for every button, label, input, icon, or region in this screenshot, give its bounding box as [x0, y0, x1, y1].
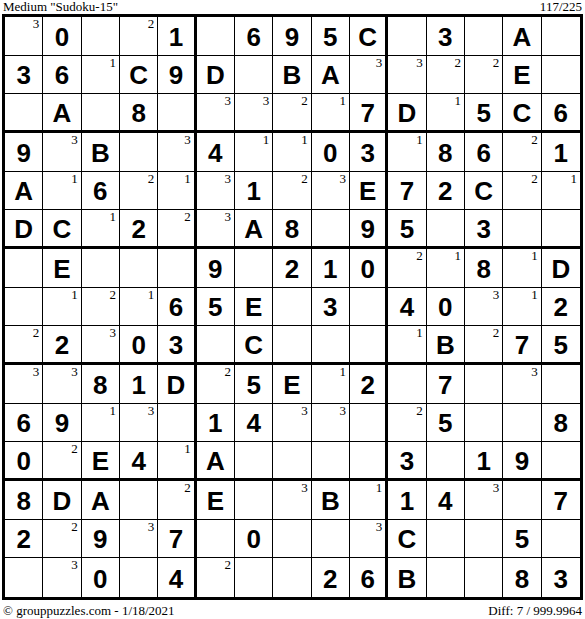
cell-r15c12[interactable]	[427, 558, 465, 597]
cell-r2c1[interactable]: 3	[5, 56, 43, 95]
cell-r6c3[interactable]: 1	[82, 210, 120, 249]
cell-r15c14[interactable]: 8	[503, 558, 541, 597]
cell-r7c3[interactable]	[82, 249, 120, 288]
given-value: E	[53, 254, 70, 282]
cell-r4c5[interactable]: 3	[158, 133, 196, 172]
cell-r7c5[interactable]	[158, 249, 196, 288]
cell-r9c6[interactable]	[197, 326, 235, 365]
given-value: 6	[16, 408, 30, 436]
cell-r3c15[interactable]: 6	[542, 94, 580, 133]
corner-mark: 3	[339, 404, 346, 418]
given-value: 6	[554, 98, 568, 126]
cell-r9c2[interactable]: 2	[43, 326, 81, 365]
cell-r6c11[interactable]: 5	[388, 210, 426, 249]
given-value: A	[244, 214, 263, 242]
corner-mark: 3	[224, 172, 231, 186]
cell-r4c12[interactable]: 8	[427, 133, 465, 172]
cell-r13c1[interactable]: 8	[5, 481, 43, 520]
cell-r2c6[interactable]: D	[197, 56, 235, 95]
cell-r4c14[interactable]: 2	[503, 133, 541, 172]
cell-r14c4[interactable]: 3	[120, 520, 158, 559]
cell-r15c3[interactable]: 0	[82, 558, 120, 597]
cell-r3c1[interactable]	[5, 94, 43, 133]
cell-r4c13[interactable]: 6	[465, 133, 503, 172]
cell-r5c12[interactable]: 2	[427, 172, 465, 211]
cell-r4c7[interactable]: 1	[235, 133, 273, 172]
cell-r6c6[interactable]: 3	[197, 210, 235, 249]
cell-r1c1[interactable]: 3	[5, 17, 43, 56]
given-value: 8	[131, 98, 145, 126]
cell-r8c7[interactable]: E	[235, 288, 273, 327]
cell-r6c13[interactable]: 3	[465, 210, 503, 249]
cell-r9c10[interactable]	[350, 326, 388, 365]
cell-r3c3[interactable]	[82, 94, 120, 133]
cell-r5c3[interactable]: 6	[82, 172, 120, 211]
given-value: 4	[246, 408, 260, 436]
cell-r14c1[interactable]: 2	[5, 520, 43, 559]
cell-r1c12[interactable]: 3	[427, 17, 465, 56]
cell-r13c12[interactable]: 4	[427, 481, 465, 520]
given-value: 0	[323, 138, 337, 166]
given-value: 1	[131, 370, 145, 398]
cell-r6c4[interactable]: 2	[120, 210, 158, 249]
cell-r2c11[interactable]: 3	[388, 56, 426, 95]
cell-r1c7[interactable]: 6	[235, 17, 273, 56]
cell-r9c13[interactable]: 2	[465, 326, 503, 365]
cell-r13c7[interactable]	[235, 481, 273, 520]
corner-mark: 2	[301, 172, 308, 186]
cell-r3c2[interactable]: A	[43, 94, 81, 133]
corner-mark: 3	[493, 481, 500, 495]
cell-r9c3[interactable]: 3	[82, 326, 120, 365]
cell-r6c15[interactable]	[542, 210, 580, 249]
cell-r8c6[interactable]: 5	[197, 288, 235, 327]
cell-r14c12[interactable]	[427, 520, 465, 559]
given-value: 9	[208, 254, 222, 282]
cell-r12c10[interactable]	[350, 442, 388, 481]
cell-r1c13[interactable]	[465, 17, 503, 56]
cell-r2c13[interactable]: 2	[465, 56, 503, 95]
cell-r11c10[interactable]	[350, 404, 388, 443]
cell-r3c14[interactable]: C	[503, 94, 541, 133]
cell-r12c11[interactable]: 3	[388, 442, 426, 481]
given-value: E	[245, 292, 262, 320]
cell-r2c7[interactable]	[235, 56, 273, 95]
given-value: 6	[246, 22, 260, 50]
given-value: 1	[169, 22, 183, 50]
corner-mark: 2	[184, 481, 191, 495]
corner-mark: 1	[148, 288, 155, 302]
cell-r14c5[interactable]: 7	[158, 520, 196, 559]
cell-r2c4[interactable]: C	[120, 56, 158, 95]
cell-r13c2[interactable]: D	[43, 481, 81, 520]
corner-mark: 2	[148, 17, 155, 31]
cell-r4c11[interactable]: 1	[388, 133, 426, 172]
given-value: 3	[476, 214, 490, 242]
cell-r2c14[interactable]: E	[503, 56, 541, 95]
given-value: C	[53, 214, 72, 242]
cell-r12c2[interactable]: 2	[43, 442, 81, 481]
cell-r11c9[interactable]: 3	[312, 404, 350, 443]
corner-mark: 1	[454, 249, 461, 263]
sudoku-board: 3021695C3A361C9DBA3322EA833217D15C693B34…	[2, 14, 583, 600]
corner-mark: 3	[148, 520, 155, 534]
given-value: 6	[55, 60, 69, 88]
cell-r10c7[interactable]: 5	[235, 365, 273, 404]
cell-r8c10[interactable]	[350, 288, 388, 327]
cell-r3c9[interactable]: 1	[312, 94, 350, 133]
cell-r1c6[interactable]	[197, 17, 235, 56]
cell-r9c4[interactable]: 0	[120, 326, 158, 365]
cell-r9c1[interactable]: 2	[5, 326, 43, 365]
cell-r11c5[interactable]	[158, 404, 196, 443]
cell-r12c6[interactable]: A	[197, 442, 235, 481]
cell-r5c7[interactable]: 1	[235, 172, 273, 211]
cell-r3c4[interactable]: 8	[120, 94, 158, 133]
cell-r12c1[interactable]: 0	[5, 442, 43, 481]
cell-r14c8[interactable]	[273, 520, 311, 559]
cell-r9c5[interactable]: 3	[158, 326, 196, 365]
cell-r4c8[interactable]: 1	[273, 133, 311, 172]
cell-r15c10[interactable]: 6	[350, 558, 388, 597]
cell-r4c1[interactable]: 9	[5, 133, 43, 172]
cell-r15c6[interactable]: 2	[197, 558, 235, 597]
cell-r14c9[interactable]	[312, 520, 350, 559]
given-value: D	[551, 254, 570, 282]
cell-r2c2[interactable]: 6	[43, 56, 81, 95]
given-value: C	[513, 98, 532, 126]
cell-r1c15[interactable]	[542, 17, 580, 56]
corner-mark: 3	[71, 558, 78, 572]
cell-r5c5[interactable]: 1	[158, 172, 196, 211]
cell-r12c14[interactable]: 9	[503, 442, 541, 481]
cell-r12c13[interactable]: 1	[465, 442, 503, 481]
cell-r2c12[interactable]: 2	[427, 56, 465, 95]
cell-r9c14[interactable]: 7	[503, 326, 541, 365]
cell-r8c1[interactable]	[5, 288, 43, 327]
cell-r2c8[interactable]: B	[273, 56, 311, 95]
cell-r10c12[interactable]: 7	[427, 365, 465, 404]
cell-r13c8[interactable]: 3	[273, 481, 311, 520]
cell-r1c10[interactable]: C	[350, 17, 388, 56]
cell-r3c10[interactable]: 7	[350, 94, 388, 133]
cell-r11c7[interactable]: 4	[235, 404, 273, 443]
given-value: 3	[360, 138, 374, 166]
footer-bar: © grouppuzzles.com - 1/18/2021 Diff: 7 /…	[3, 601, 582, 619]
given-value: 1	[476, 446, 490, 474]
cell-r5c14[interactable]: 2	[503, 172, 541, 211]
given-value: 1	[554, 138, 568, 166]
corner-mark: 1	[109, 404, 116, 418]
cell-r1c2[interactable]: 0	[43, 17, 81, 56]
cell-r6c1[interactable]: D	[5, 210, 43, 249]
cell-r4c9[interactable]: 0	[312, 133, 350, 172]
cell-r5c10[interactable]: E	[350, 172, 388, 211]
cell-r12c8[interactable]	[273, 442, 311, 481]
cell-r4c15[interactable]: 1	[542, 133, 580, 172]
cell-r11c3[interactable]: 1	[82, 404, 120, 443]
cell-r7c4[interactable]	[120, 249, 158, 288]
cell-r7c15[interactable]: D	[542, 249, 580, 288]
cell-r6c2[interactable]: C	[43, 210, 81, 249]
cell-r1c5[interactable]: 1	[158, 17, 196, 56]
cell-r15c8[interactable]	[273, 558, 311, 597]
corner-mark: 1	[263, 133, 270, 147]
cell-r15c5[interactable]: 4	[158, 558, 196, 597]
cell-r2c9[interactable]: A	[312, 56, 350, 95]
cell-r11c4[interactable]: 3	[120, 404, 158, 443]
given-value: 7	[554, 486, 568, 514]
corner-mark: 1	[109, 56, 116, 70]
cell-r10c4[interactable]: 1	[120, 365, 158, 404]
cell-r10c10[interactable]: 2	[350, 365, 388, 404]
cell-r14c10[interactable]: 3	[350, 520, 388, 559]
cell-r5c2[interactable]: 1	[43, 172, 81, 211]
cell-r8c11[interactable]: 4	[388, 288, 426, 327]
cell-r7c7[interactable]	[235, 249, 273, 288]
cell-r5c15[interactable]: 1	[542, 172, 580, 211]
cell-r5c13[interactable]: C	[465, 172, 503, 211]
cell-r6c7[interactable]: A	[235, 210, 273, 249]
cell-r7c10[interactable]: 0	[350, 249, 388, 288]
cell-r1c9[interactable]: 5	[312, 17, 350, 56]
given-value: B	[283, 60, 302, 88]
given-value: 4	[169, 564, 183, 592]
cell-r12c12[interactable]	[427, 442, 465, 481]
cell-r9c8[interactable]	[273, 326, 311, 365]
cell-r12c4[interactable]: 4	[120, 442, 158, 481]
given-value: 4	[400, 292, 414, 320]
cell-r15c2[interactable]: 3	[43, 558, 81, 597]
cell-r5c6[interactable]: 3	[197, 172, 235, 211]
given-value: 2	[360, 370, 374, 398]
cell-r10c3[interactable]: 8	[82, 365, 120, 404]
corner-mark: 2	[493, 326, 500, 340]
cell-r8c14[interactable]: 1	[503, 288, 541, 327]
cell-r3c12[interactable]: 1	[427, 94, 465, 133]
cell-r10c15[interactable]	[542, 365, 580, 404]
given-value: 0	[93, 564, 107, 592]
cell-r13c4[interactable]	[120, 481, 158, 520]
given-value: D	[206, 60, 225, 88]
cell-r1c4[interactable]: 2	[120, 17, 158, 56]
cell-r3c13[interactable]: 5	[465, 94, 503, 133]
corner-mark: 3	[148, 404, 155, 418]
given-value: A	[206, 446, 225, 474]
difficulty: Diff: 7 / 999.9964	[488, 603, 582, 618]
cell-r14c6[interactable]	[197, 520, 235, 559]
cell-r5c11[interactable]: 7	[388, 172, 426, 211]
cell-r14c13[interactable]	[465, 520, 503, 559]
cell-r6c9[interactable]	[312, 210, 350, 249]
cell-r14c15[interactable]	[542, 520, 580, 559]
cell-r13c5[interactable]: 2	[158, 481, 196, 520]
cell-r13c6[interactable]: E	[197, 481, 235, 520]
cell-r10c11[interactable]	[388, 365, 426, 404]
cell-r1c11[interactable]	[388, 17, 426, 56]
given-value: 9	[360, 214, 374, 242]
cell-r6c10[interactable]: 9	[350, 210, 388, 249]
given-value: 3	[438, 22, 452, 50]
given-value: 8	[438, 138, 452, 166]
corner-mark: 3	[184, 133, 191, 147]
cell-r8c8[interactable]	[273, 288, 311, 327]
cell-r15c9[interactable]: 2	[312, 558, 350, 597]
cell-r7c13[interactable]: 8	[465, 249, 503, 288]
cell-r8c5[interactable]: 6	[158, 288, 196, 327]
corner-mark: 3	[339, 172, 346, 186]
cell-r3c11[interactable]: D	[388, 94, 426, 133]
corner-mark: 3	[301, 404, 308, 418]
corner-mark: 3	[71, 365, 78, 379]
cell-r15c1[interactable]	[5, 558, 43, 597]
cell-r11c15[interactable]: 8	[542, 404, 580, 443]
cell-r8c4[interactable]: 1	[120, 288, 158, 327]
cell-r2c10[interactable]: 3	[350, 56, 388, 95]
cell-r9c11[interactable]: 1	[388, 326, 426, 365]
cell-r1c3[interactable]	[82, 17, 120, 56]
cell-r14c2[interactable]: 2	[43, 520, 81, 559]
cell-r13c15[interactable]: 7	[542, 481, 580, 520]
cell-r11c14[interactable]	[503, 404, 541, 443]
cell-r10c2[interactable]: 3	[43, 365, 81, 404]
corner-mark: 3	[224, 210, 231, 224]
cell-r10c13[interactable]	[465, 365, 503, 404]
cell-r11c2[interactable]: 9	[43, 404, 81, 443]
given-value: 5	[554, 330, 568, 358]
cell-r15c11[interactable]: B	[388, 558, 426, 597]
cell-r13c10[interactable]: 1	[350, 481, 388, 520]
puzzle-title: Medium "Sudoku-15"	[3, 0, 118, 13]
given-value: 6	[93, 176, 107, 204]
cell-r14c7[interactable]: 0	[235, 520, 273, 559]
cell-r12c3[interactable]: E	[82, 442, 120, 481]
given-value: D	[398, 98, 417, 126]
cell-r11c8[interactable]: 3	[273, 404, 311, 443]
cell-r12c9[interactable]	[312, 442, 350, 481]
cell-r6c12[interactable]	[427, 210, 465, 249]
cell-r4c3[interactable]: B	[82, 133, 120, 172]
cell-r13c14[interactable]	[503, 481, 541, 520]
cell-r14c11[interactable]: C	[388, 520, 426, 559]
cell-r13c11[interactable]: 1	[388, 481, 426, 520]
cell-r8c9[interactable]: 3	[312, 288, 350, 327]
cell-r12c15[interactable]	[542, 442, 580, 481]
cell-r7c11[interactable]: 2	[388, 249, 426, 288]
given-value: 1	[246, 176, 260, 204]
cell-r6c14[interactable]	[503, 210, 541, 249]
cell-r11c13[interactable]	[465, 404, 503, 443]
cell-r7c2[interactable]: E	[43, 249, 81, 288]
given-value: 1	[400, 486, 414, 514]
given-value: B	[91, 138, 110, 166]
cell-r5c4[interactable]: 2	[120, 172, 158, 211]
given-value: E	[283, 370, 300, 398]
cell-r10c5[interactable]: D	[158, 365, 196, 404]
given-value: B	[398, 564, 417, 592]
cell-r9c15[interactable]: 5	[542, 326, 580, 365]
cell-r9c9[interactable]	[312, 326, 350, 365]
given-value: 6	[476, 138, 490, 166]
cell-r4c10[interactable]: 3	[350, 133, 388, 172]
cell-r15c15[interactable]: 3	[542, 558, 580, 597]
corner-mark: 2	[33, 326, 40, 340]
corner-mark: 1	[339, 94, 346, 108]
cell-r4c6[interactable]: 4	[197, 133, 235, 172]
cell-r3c5[interactable]	[158, 94, 196, 133]
cell-r8c2[interactable]: 1	[43, 288, 81, 327]
cell-r2c5[interactable]: 9	[158, 56, 196, 95]
cell-r10c6[interactable]: 2	[197, 365, 235, 404]
puzzle-page: Medium "Sudoku-15" 117/225 3021695C3A361…	[0, 0, 585, 619]
corner-mark: 3	[493, 288, 500, 302]
cell-r10c8[interactable]: E	[273, 365, 311, 404]
cell-r7c1[interactable]	[5, 249, 43, 288]
cell-r11c6[interactable]: 1	[197, 404, 235, 443]
cell-r13c9[interactable]: B	[312, 481, 350, 520]
corner-mark: 1	[109, 210, 116, 224]
cell-r9c12[interactable]: B	[427, 326, 465, 365]
cell-r6c8[interactable]: 8	[273, 210, 311, 249]
cell-r8c12[interactable]: 0	[427, 288, 465, 327]
cell-r2c3[interactable]: 1	[82, 56, 120, 95]
given-value: 7	[360, 98, 374, 126]
cell-r5c9[interactable]: 3	[312, 172, 350, 211]
cell-r11c11[interactable]: 2	[388, 404, 426, 443]
given-value: 4	[131, 446, 145, 474]
cell-r13c3[interactable]: A	[82, 481, 120, 520]
cell-r11c12[interactable]: 5	[427, 404, 465, 443]
cell-r7c8[interactable]: 2	[273, 249, 311, 288]
cell-r15c7[interactable]	[235, 558, 273, 597]
cell-r2c15[interactable]	[542, 56, 580, 95]
cell-r13c13[interactable]: 3	[465, 481, 503, 520]
cell-r10c1[interactable]: 3	[5, 365, 43, 404]
corner-mark: 1	[184, 442, 191, 456]
cell-r12c5[interactable]: 1	[158, 442, 196, 481]
cell-r15c4[interactable]	[120, 558, 158, 597]
cell-r4c4[interactable]	[120, 133, 158, 172]
cell-r7c12[interactable]: 1	[427, 249, 465, 288]
cell-r9c7[interactable]: C	[235, 326, 273, 365]
cell-r14c3[interactable]: 9	[82, 520, 120, 559]
cell-r6c5[interactable]: 2	[158, 210, 196, 249]
cell-r14c14[interactable]: 5	[503, 520, 541, 559]
cell-r8c13[interactable]: 3	[465, 288, 503, 327]
cell-r7c14[interactable]: 1	[503, 249, 541, 288]
cell-r10c14[interactable]: 3	[503, 365, 541, 404]
cell-r5c1[interactable]: A	[5, 172, 43, 211]
cell-r7c6[interactable]: 9	[197, 249, 235, 288]
cell-r1c8[interactable]: 9	[273, 17, 311, 56]
cell-r5c8[interactable]: 2	[273, 172, 311, 211]
corner-mark: 3	[263, 94, 270, 108]
cell-r11c1[interactable]: 6	[5, 404, 43, 443]
cell-r4c2[interactable]: 3	[43, 133, 81, 172]
cell-r3c6[interactable]: 3	[197, 94, 235, 133]
cell-r3c7[interactable]: 3	[235, 94, 273, 133]
corner-mark: 3	[33, 17, 40, 31]
cell-r15c13[interactable]	[465, 558, 503, 597]
cell-r7c9[interactable]: 1	[312, 249, 350, 288]
cell-r8c3[interactable]: 2	[82, 288, 120, 327]
cell-r8c15[interactable]: 2	[542, 288, 580, 327]
cell-r12c7[interactable]	[235, 442, 273, 481]
cell-r1c14[interactable]: A	[503, 17, 541, 56]
cell-r10c9[interactable]: 1	[312, 365, 350, 404]
given-value: 7	[515, 330, 529, 358]
cell-r3c8[interactable]: 2	[273, 94, 311, 133]
